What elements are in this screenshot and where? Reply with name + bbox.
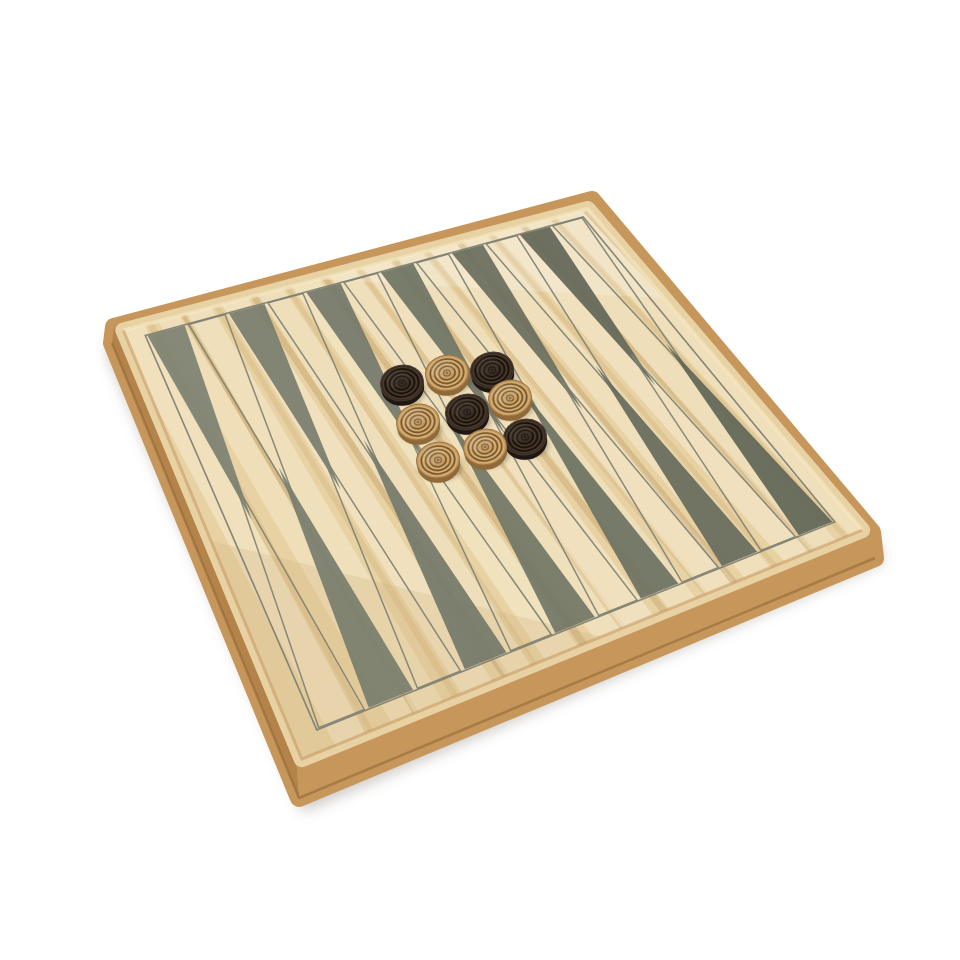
backgammon-board: [0, 0, 960, 960]
backgammon-product-photo: [0, 0, 960, 960]
